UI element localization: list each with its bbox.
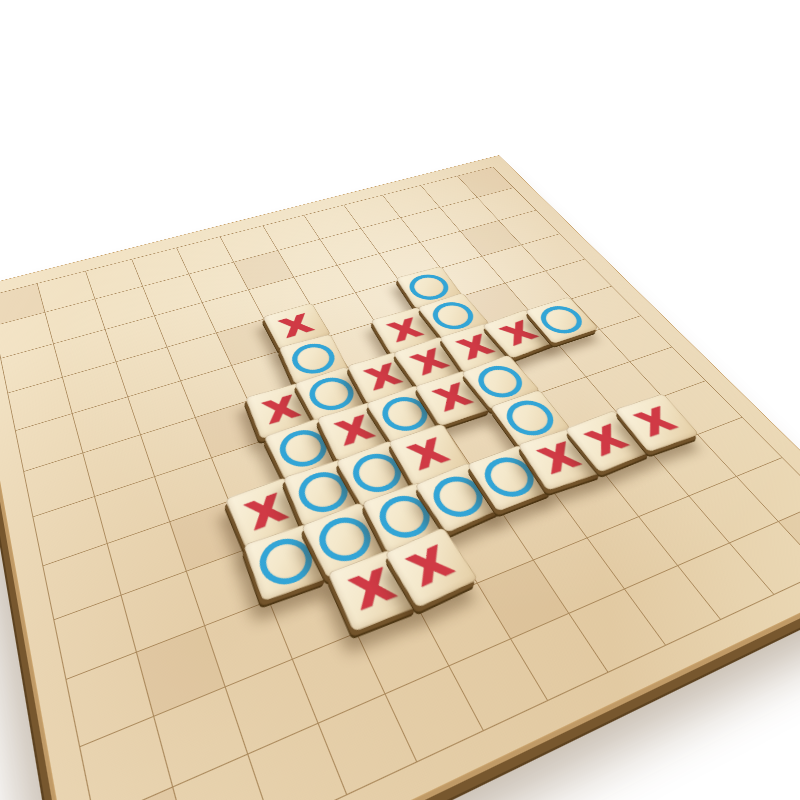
x-mark: X (454, 332, 497, 363)
x-mark: X (408, 346, 452, 379)
x-mark: X (431, 380, 476, 415)
x-mark: X (362, 361, 404, 394)
x-mark: X (277, 311, 316, 341)
x-mark: X (405, 434, 453, 474)
x-mark: X (385, 315, 426, 345)
x-mark: X (243, 489, 291, 534)
x-mark: X (346, 564, 399, 616)
board-grid: XXXXXXXXXXXXXXXX (0, 167, 800, 800)
x-mark: X (403, 541, 458, 591)
x-mark: X (631, 404, 681, 441)
game-board: XXXXXXXXXXXXXXXX (0, 155, 800, 800)
x-mark: X (333, 412, 378, 450)
board-3d-wrapper: XXXXXXXXXXXXXXXX (0, 155, 800, 800)
x-mark: X (581, 421, 632, 460)
x-mark: X (260, 392, 302, 428)
photo-background: XXXXXXXXXXXXXXXX (0, 0, 800, 800)
